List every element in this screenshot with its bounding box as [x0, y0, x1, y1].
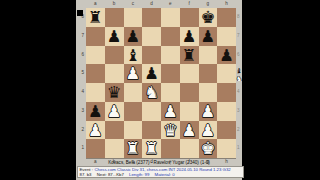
rank-label-1: 1	[236, 139, 245, 158]
white-rook: ♜	[142, 139, 161, 158]
black-pawn: ♟	[142, 64, 161, 83]
rank-label-5: 5	[76, 64, 85, 83]
file-label-d: d	[142, 1, 161, 7]
file-label-b: b	[105, 1, 124, 7]
square-b4[interactable]: ♛	[105, 83, 124, 102]
square-d8[interactable]	[142, 8, 161, 27]
rank-labels-right: 87654321	[236, 8, 245, 158]
square-b1[interactable]	[105, 139, 124, 158]
square-d4[interactable]: ♞	[142, 83, 161, 102]
white-pawn: ♟	[199, 121, 218, 140]
white-pawn: ♟	[199, 102, 218, 121]
white-pawn: ♟	[105, 102, 124, 121]
file-label-c: c	[124, 1, 143, 7]
white-pawn: ♟	[180, 121, 199, 140]
square-e2[interactable]: ♛	[161, 121, 180, 140]
white-knight-icon: ♞	[236, 76, 243, 84]
square-f4[interactable]	[180, 83, 199, 102]
moves-line: 87. b3 Next: 87...Kb7 Length: 99 Materia…	[80, 172, 242, 177]
square-e7[interactable]	[161, 27, 180, 46]
square-c4[interactable]	[124, 83, 143, 102]
black-pawn: ♟	[86, 102, 105, 121]
rank-label-7: 7	[236, 27, 245, 46]
square-g1[interactable]: ♚	[199, 139, 218, 158]
white-queen: ♛	[161, 121, 180, 140]
next-move: Next: 87...Kb7	[97, 172, 124, 177]
square-h2[interactable]	[217, 121, 236, 140]
black-rook: ♜	[180, 46, 199, 65]
square-a2[interactable]: ♟	[86, 121, 105, 140]
square-d6[interactable]	[142, 46, 161, 65]
square-h4[interactable]	[217, 83, 236, 102]
square-h7[interactable]	[217, 27, 236, 46]
side-to-move-indicator	[77, 10, 83, 16]
square-a5[interactable]	[86, 64, 105, 83]
square-e8[interactable]	[161, 8, 180, 27]
game-length: Length: 99	[129, 172, 149, 177]
square-b6[interactable]	[105, 46, 124, 65]
white-pawn: ♟	[161, 102, 180, 121]
black-pawn: ♟	[180, 27, 199, 46]
square-g2[interactable]: ♟	[199, 121, 218, 140]
square-c5[interactable]: ♟	[124, 64, 143, 83]
square-g4[interactable]	[199, 83, 218, 102]
rank-label-6: 6	[236, 46, 245, 65]
square-b3[interactable]: ♟	[105, 102, 124, 121]
rank-label-1: 1	[76, 139, 85, 158]
square-a7[interactable]	[86, 27, 105, 46]
square-f2[interactable]: ♟	[180, 121, 199, 140]
white-pawn: ♟	[124, 64, 143, 83]
event-label: Event :	[80, 167, 93, 172]
event-line: Event :Chess.com Classic Div 31, chess.c…	[80, 167, 242, 172]
rank-label-8: 8	[236, 8, 245, 27]
black-rook: ♜	[86, 8, 105, 27]
chess-gui-panel: abcdefgh abcdefgh 87654321 87654321 ♜♚♟♟…	[76, 0, 242, 180]
black-pawn: ♟	[199, 27, 218, 46]
game-info-box: Event :Chess.com Classic Div 31, chess.c…	[77, 166, 244, 179]
square-f7[interactable]: ♟	[180, 27, 199, 46]
square-a1[interactable]	[86, 139, 105, 158]
black-bishop: ♝	[124, 46, 143, 65]
square-f6[interactable]: ♜	[180, 46, 199, 65]
file-labels-top: abcdefgh	[86, 1, 236, 7]
square-d7[interactable]	[142, 27, 161, 46]
file-label-h: h	[217, 1, 236, 7]
rank-labels-left: 87654321	[76, 8, 85, 158]
white-knight: ♞	[142, 83, 161, 102]
file-label-e: e	[161, 1, 180, 7]
square-a6[interactable]	[86, 46, 105, 65]
video-frame: abcdefgh abcdefgh 87654321 87654321 ♜♚♟♟…	[0, 0, 320, 180]
square-e3[interactable]: ♟	[161, 102, 180, 121]
rank-label-2: 2	[236, 121, 245, 140]
rank-label-3: 3	[236, 102, 245, 121]
square-e5[interactable]	[161, 64, 180, 83]
square-e4[interactable]	[161, 83, 180, 102]
square-g8[interactable]: ♚	[199, 8, 218, 27]
square-c8[interactable]	[124, 8, 143, 27]
square-b5[interactable]	[105, 64, 124, 83]
square-f3[interactable]	[180, 102, 199, 121]
black-pawn: ♟	[105, 27, 124, 46]
square-h8[interactable]	[217, 8, 236, 27]
square-h3[interactable]	[217, 102, 236, 121]
letterbox-left	[0, 0, 76, 180]
square-c7[interactable]: ♟	[124, 27, 143, 46]
file-label-a: a	[86, 1, 105, 7]
square-f1[interactable]	[180, 139, 199, 158]
square-b8[interactable]	[105, 8, 124, 27]
square-a4[interactable]	[86, 83, 105, 102]
square-f8[interactable]	[180, 8, 199, 27]
square-b7[interactable]: ♟	[105, 27, 124, 46]
square-b2[interactable]	[105, 121, 124, 140]
square-a8[interactable]: ♜	[86, 8, 105, 27]
square-c1[interactable]: ♜	[124, 139, 143, 158]
square-h5[interactable]	[217, 64, 236, 83]
square-g5[interactable]	[199, 64, 218, 83]
square-e1[interactable]	[161, 139, 180, 158]
rank-label-2: 2	[76, 121, 85, 140]
rank-label-4: 4	[236, 83, 245, 102]
move-played: 87. b3	[80, 172, 92, 177]
rank-label-6: 6	[76, 46, 85, 65]
black-pawn: ♟	[124, 27, 143, 46]
square-e6[interactable]	[161, 46, 180, 65]
file-label-g: g	[199, 1, 218, 7]
square-f5[interactable]	[180, 64, 199, 83]
square-c6[interactable]: ♝	[124, 46, 143, 65]
material-balance: Material: 0	[155, 172, 175, 177]
square-g3[interactable]: ♟	[199, 102, 218, 121]
letterbox-right	[242, 0, 320, 180]
square-c3[interactable]	[124, 102, 143, 121]
square-d3[interactable]	[142, 102, 161, 121]
players-line: Kovacs, Bela (2377) - Ravelov, Yugar (23…	[76, 160, 242, 166]
event-value: Chess.com Classic Div 31, chess.com INT …	[94, 167, 230, 172]
black-pawn: ♟	[217, 46, 236, 65]
square-d1[interactable]: ♜	[142, 139, 161, 158]
square-g7[interactable]: ♟	[199, 27, 218, 46]
square-h1[interactable]	[217, 139, 236, 158]
square-d2[interactable]	[142, 121, 161, 140]
white-rook: ♜	[124, 139, 143, 158]
material-tray: ♝ ♞	[236, 68, 243, 83]
square-c2[interactable]	[124, 121, 143, 140]
white-pawn: ♟	[86, 121, 105, 140]
square-g6[interactable]	[199, 46, 218, 65]
black-king: ♚	[199, 8, 218, 27]
square-d5[interactable]: ♟	[142, 64, 161, 83]
rank-label-7: 7	[76, 27, 85, 46]
white-king: ♚	[199, 139, 218, 158]
square-h6[interactable]: ♟	[217, 46, 236, 65]
rank-label-3: 3	[76, 102, 85, 121]
black-queen: ♛	[105, 83, 124, 102]
file-label-f: f	[180, 1, 199, 7]
square-a3[interactable]: ♟	[86, 102, 105, 121]
chess-board: ♜♚♟♟♟♟♝♜♟♟♟♛♞♟♟♟♟♟♛♟♟♜♜♚	[86, 8, 236, 158]
rank-label-4: 4	[76, 83, 85, 102]
